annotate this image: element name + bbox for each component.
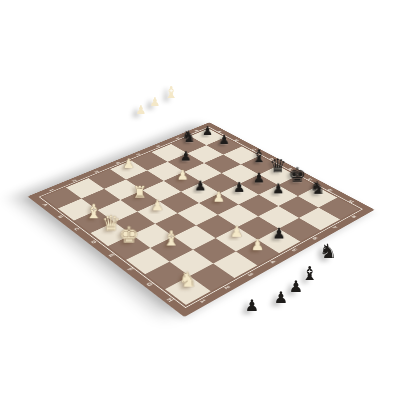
offboard-white-bishop[interactable]: ♝: [164, 85, 178, 101]
file-label-bottom-A: A: [42, 203, 50, 207]
white-pawn-glyph: ♟: [197, 190, 241, 204]
black-pawn-glyph: ♟: [257, 182, 300, 196]
white-bishop-glyph: ♝: [148, 228, 196, 249]
rank-label-right-7: 7: [331, 225, 338, 229]
rank-label-right-5: 5: [291, 248, 298, 252]
rank-label-right-1: 1: [199, 299, 207, 304]
white-knight-glyph: ♞: [162, 269, 213, 290]
rank-label-right-4: 4: [269, 260, 276, 264]
white-pawn-glyph: ♟: [234, 237, 282, 252]
rank-label-right-8: 8: [350, 215, 357, 219]
file-label-bottom-G: G: [146, 281, 155, 286]
chess-board: AA11BB22CC33DD44EE55FF66GG77HH88♚♛♝♝♞♜♟♟…: [28, 122, 375, 317]
black-knight-glyph: ♞: [296, 179, 340, 197]
rank-label-right-3: 3: [247, 272, 255, 276]
offboard-black-knight[interactable]: ♞: [319, 241, 337, 261]
black-pawn-glyph: ♟: [204, 133, 243, 146]
offboard-black-bishop[interactable]: ♝: [301, 264, 318, 283]
rank-label-right-2: 2: [223, 285, 231, 290]
offboard-black-pawn[interactable]: ♟: [274, 290, 288, 306]
file-label-bottom-F: F: [127, 267, 135, 272]
file-label-bottom-C: C: [73, 227, 81, 231]
rank-label-right-6: 6: [311, 236, 318, 240]
file-label-top-H: H: [348, 199, 355, 203]
offboard-white-pawn[interactable]: ♟: [136, 104, 147, 116]
black-knight-glyph: ♞: [169, 129, 208, 145]
offboard-black-pawn[interactable]: ♟: [245, 298, 259, 314]
white-pawn-glyph: ♟: [135, 198, 180, 212]
offboard-white-pawn[interactable]: ♟: [150, 96, 161, 108]
file-label-bottom-D: D: [90, 240, 98, 245]
file-label-bottom-H: H: [166, 297, 175, 302]
black-pawn-glyph: ♟: [165, 149, 206, 162]
white-king-glyph: ♚: [105, 224, 153, 247]
file-label-bottom-B: B: [57, 214, 65, 218]
file-label-bottom-E: E: [108, 253, 116, 258]
white-pawn-glyph: ♟: [108, 157, 149, 170]
chess-set-photo: AA11BB22CC33DD44EE55FF66GG77HH88♚♛♝♝♞♜♟♟…: [0, 0, 400, 400]
